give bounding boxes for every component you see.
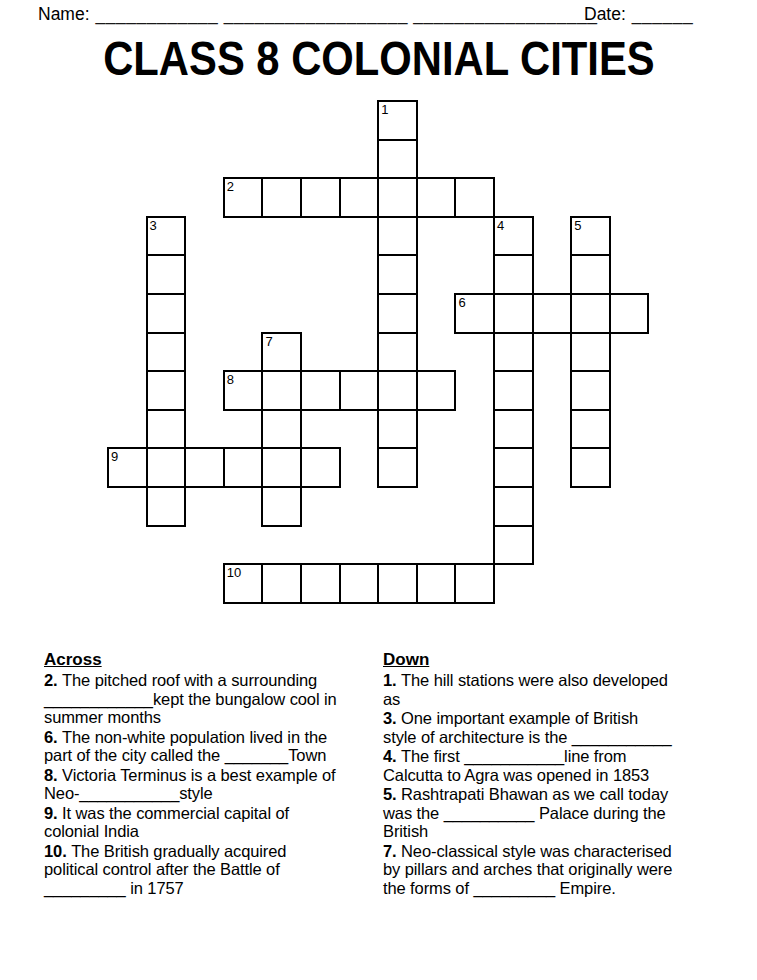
grid-cell-r7c6[interactable] bbox=[339, 370, 380, 411]
clue-number-1: 1 bbox=[381, 102, 388, 117]
clue-across-8: 8. Victoria Terminus is a best example o… bbox=[44, 766, 380, 803]
grid-cell-r6c12[interactable] bbox=[570, 332, 611, 373]
grid-cell-r7c12[interactable] bbox=[570, 370, 611, 411]
clue-down-1: 1. The hill stations were also developed… bbox=[383, 671, 717, 708]
clue-down-5: 5. Rashtrapati Bhawan as we call today w… bbox=[383, 785, 717, 841]
across-clues-list: 2. The pitched roof with a surrounding _… bbox=[44, 671, 380, 897]
clue-down-7: 7. Neo-classical style was characterised… bbox=[383, 842, 717, 898]
grid-cell-r3c1[interactable]: 3 bbox=[146, 216, 187, 257]
clue-across-6: 6. The non-white population lived in the… bbox=[44, 728, 380, 765]
grid-cell-r7c5[interactable] bbox=[300, 370, 341, 411]
grid-cell-r7c1[interactable] bbox=[146, 370, 187, 411]
grid-cell-r4c7[interactable] bbox=[377, 254, 418, 295]
grid-cell-r7c10[interactable] bbox=[493, 370, 534, 411]
grid-cell-r9c0[interactable]: 9 bbox=[107, 447, 148, 488]
grid-cell-r9c5[interactable] bbox=[300, 447, 341, 488]
clue-text: The hill stations were also developed as bbox=[383, 671, 668, 708]
down-clues-section: Down 1. The hill stations were also deve… bbox=[383, 650, 717, 898]
grid-cell-r5c7[interactable] bbox=[377, 293, 418, 334]
clue-number-label: 3. bbox=[383, 709, 401, 727]
clue-number-label: 6. bbox=[44, 728, 62, 746]
across-heading: Across bbox=[44, 650, 380, 670]
grid-cell-r10c4[interactable] bbox=[261, 486, 302, 527]
grid-cell-r6c7[interactable] bbox=[377, 332, 418, 373]
clue-number-6: 6 bbox=[458, 295, 465, 310]
clue-number-label: 8. bbox=[44, 766, 62, 784]
clue-text: Rashtrapati Bhawan as we call today was … bbox=[383, 785, 668, 840]
grid-cell-r7c3[interactable]: 8 bbox=[223, 370, 264, 411]
grid-cell-r5c9[interactable]: 6 bbox=[454, 293, 495, 334]
clue-down-3: 3. One important example of British styl… bbox=[383, 709, 717, 746]
clue-across-9: 9. It was the commercial capital of colo… bbox=[44, 804, 380, 841]
grid-cell-r9c10[interactable] bbox=[493, 447, 534, 488]
grid-cell-r9c4[interactable] bbox=[261, 447, 302, 488]
grid-cell-r4c10[interactable] bbox=[493, 254, 534, 295]
grid-cell-r8c7[interactable] bbox=[377, 409, 418, 450]
name-field: Name:____________ __________________ ___… bbox=[38, 4, 597, 24]
grid-cell-r6c10[interactable] bbox=[493, 332, 534, 373]
grid-cell-r9c7[interactable] bbox=[377, 447, 418, 488]
grid-cell-r12c4[interactable] bbox=[261, 563, 302, 604]
grid-cell-r8c10[interactable] bbox=[493, 409, 534, 450]
clue-number-10: 10 bbox=[227, 565, 241, 580]
clue-text: The non-white population lived in the pa… bbox=[44, 728, 327, 765]
across-clues-section: Across 2. The pitched roof with a surrou… bbox=[44, 650, 380, 898]
clue-number-2: 2 bbox=[227, 179, 234, 194]
grid-cell-r2c3[interactable]: 2 bbox=[223, 177, 264, 218]
grid-cell-r2c5[interactable] bbox=[300, 177, 341, 218]
grid-cell-r10c10[interactable] bbox=[493, 486, 534, 527]
grid-cell-r5c1[interactable] bbox=[146, 293, 187, 334]
page-title-text: CLASS 8 COLONIAL CITIES bbox=[103, 34, 654, 84]
grid-cell-r12c8[interactable] bbox=[416, 563, 457, 604]
clue-number-5: 5 bbox=[574, 218, 581, 233]
crossword-grid: 12345678910 bbox=[107, 100, 650, 604]
grid-cell-r10c1[interactable] bbox=[146, 486, 187, 527]
down-heading: Down bbox=[383, 650, 717, 670]
grid-cell-r5c13[interactable] bbox=[609, 293, 650, 334]
grid-cell-r3c7[interactable] bbox=[377, 216, 418, 257]
grid-cell-r2c8[interactable] bbox=[416, 177, 457, 218]
grid-cell-r12c5[interactable] bbox=[300, 563, 341, 604]
grid-cell-r8c4[interactable] bbox=[261, 409, 302, 450]
clue-number-4: 4 bbox=[497, 218, 504, 233]
clue-text: Victoria Terminus is a best example of N… bbox=[44, 766, 336, 803]
grid-cell-r9c12[interactable] bbox=[570, 447, 611, 488]
grid-cell-r12c9[interactable] bbox=[454, 563, 495, 604]
clue-number-label: 4. bbox=[383, 747, 401, 765]
clue-number-label: 9. bbox=[44, 804, 62, 822]
grid-cell-r6c1[interactable] bbox=[146, 332, 187, 373]
grid-cell-r5c10[interactable] bbox=[493, 293, 534, 334]
clue-across-2: 2. The pitched roof with a surrounding _… bbox=[44, 671, 380, 727]
clue-text: One important example of British style o… bbox=[383, 709, 672, 746]
grid-cell-r12c6[interactable] bbox=[339, 563, 380, 604]
grid-cell-r3c12[interactable]: 5 bbox=[570, 216, 611, 257]
down-clues-list: 1. The hill stations were also developed… bbox=[383, 671, 717, 897]
grid-cell-r9c2[interactable] bbox=[184, 447, 225, 488]
worksheet-page: Name:____________ __________________ ___… bbox=[0, 0, 757, 980]
clue-down-4: 4. The first ___________line from Calcut… bbox=[383, 747, 717, 784]
grid-cell-r5c12[interactable] bbox=[570, 293, 611, 334]
grid-cell-r6c4[interactable]: 7 bbox=[261, 332, 302, 373]
date-label: Date: bbox=[584, 4, 626, 24]
grid-cell-r2c7[interactable] bbox=[377, 177, 418, 218]
clue-text: It was the commercial capital of colonia… bbox=[44, 804, 289, 841]
grid-cell-r7c7[interactable] bbox=[377, 370, 418, 411]
grid-cell-r2c6[interactable] bbox=[339, 177, 380, 218]
clue-text: The British gradually acquired political… bbox=[44, 842, 286, 897]
clue-number-3: 3 bbox=[150, 218, 157, 233]
grid-cell-r11c10[interactable] bbox=[493, 525, 534, 566]
clue-number-8: 8 bbox=[227, 372, 234, 387]
grid-cell-r5c11[interactable] bbox=[532, 293, 573, 334]
clue-number-label: 7. bbox=[383, 842, 401, 860]
grid-cell-r9c3[interactable] bbox=[223, 447, 264, 488]
grid-cell-r9c1[interactable] bbox=[146, 447, 187, 488]
clue-text: The pitched roof with a surrounding ____… bbox=[44, 671, 337, 726]
clue-number-7: 7 bbox=[265, 334, 272, 349]
grid-cell-r12c7[interactable] bbox=[377, 563, 418, 604]
grid-cell-r2c9[interactable] bbox=[454, 177, 495, 218]
clue-number-label: 1. bbox=[383, 671, 401, 689]
clue-number-label: 2. bbox=[44, 671, 62, 689]
grid-cell-r12c3[interactable]: 10 bbox=[223, 563, 264, 604]
grid-cell-r0c7[interactable]: 1 bbox=[377, 100, 418, 141]
grid-cell-r7c4[interactable] bbox=[261, 370, 302, 411]
clue-across-10: 10. The British gradually acquired polit… bbox=[44, 842, 380, 898]
clue-number-label: 10. bbox=[44, 842, 71, 860]
grid-cell-r3c10[interactable]: 4 bbox=[493, 216, 534, 257]
name-label: Name: bbox=[38, 4, 90, 24]
clue-number-label: 5. bbox=[383, 785, 401, 803]
name-blank-line: ____________ __________________ ________… bbox=[96, 4, 598, 24]
clue-number-9: 9 bbox=[111, 449, 118, 464]
clue-text: Neo-classical style was characterised by… bbox=[383, 842, 672, 897]
grid-cell-r8c12[interactable] bbox=[570, 409, 611, 450]
grid-cell-r4c12[interactable] bbox=[570, 254, 611, 295]
clue-text: The first ___________line from Calcutta … bbox=[383, 747, 649, 784]
grid-cell-r7c8[interactable] bbox=[416, 370, 457, 411]
grid-cell-r8c1[interactable] bbox=[146, 409, 187, 450]
grid-cell-r4c1[interactable] bbox=[146, 254, 187, 295]
date-field: Date:______ bbox=[584, 4, 693, 24]
date-blank-line: ______ bbox=[632, 4, 693, 24]
page-title: CLASS 8 COLONIAL CITIES bbox=[0, 34, 757, 84]
grid-cell-r1c7[interactable] bbox=[377, 139, 418, 180]
grid-cell-r2c4[interactable] bbox=[261, 177, 302, 218]
